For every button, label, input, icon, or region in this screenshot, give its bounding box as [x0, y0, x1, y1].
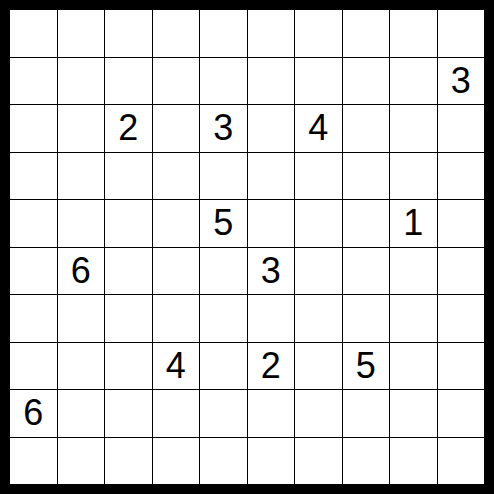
cell-r1c7-empty[interactable]	[343, 58, 390, 105]
cell-r6c7-empty[interactable]	[343, 295, 390, 342]
cell-r0c9-empty[interactable]	[438, 10, 485, 57]
cell-r7c8-empty[interactable]	[390, 343, 437, 390]
cell-r3c6-empty[interactable]	[295, 153, 342, 200]
puzzle-screenshot: 323451634256	[0, 0, 494, 494]
cell-r8c1-empty[interactable]	[58, 390, 105, 437]
cell-r0c1-empty[interactable]	[58, 10, 105, 57]
cell-r1c2-empty[interactable]	[105, 58, 152, 105]
cell-r0c0-empty[interactable]	[10, 10, 57, 57]
cell-r5c2-empty[interactable]	[105, 248, 152, 295]
cell-r9c8-empty[interactable]	[390, 438, 437, 485]
cell-r2c4-clue: 3	[200, 105, 247, 152]
cell-r4c8-clue: 1	[390, 200, 437, 247]
cell-r7c4-empty[interactable]	[200, 343, 247, 390]
cell-r5c4-empty[interactable]	[200, 248, 247, 295]
cell-r5c8-empty[interactable]	[390, 248, 437, 295]
puzzle-grid: 323451634256	[10, 10, 484, 484]
cell-r5c7-empty[interactable]	[343, 248, 390, 295]
cell-r7c2-empty[interactable]	[105, 343, 152, 390]
cell-r6c2-empty[interactable]	[105, 295, 152, 342]
cell-r9c3-empty[interactable]	[153, 438, 200, 485]
cell-r0c3-empty[interactable]	[153, 10, 200, 57]
cell-r8c2-empty[interactable]	[105, 390, 152, 437]
cell-r2c7-empty[interactable]	[343, 105, 390, 152]
cell-r1c4-empty[interactable]	[200, 58, 247, 105]
cell-r3c4-empty[interactable]	[200, 153, 247, 200]
cell-r8c9-empty[interactable]	[438, 390, 485, 437]
cell-r7c9-empty[interactable]	[438, 343, 485, 390]
cell-r9c4-empty[interactable]	[200, 438, 247, 485]
cell-r7c3-clue: 4	[153, 343, 200, 390]
cell-r1c6-empty[interactable]	[295, 58, 342, 105]
cell-r9c2-empty[interactable]	[105, 438, 152, 485]
cell-r8c7-empty[interactable]	[343, 390, 390, 437]
cell-r6c4-empty[interactable]	[200, 295, 247, 342]
cell-r2c6-clue: 4	[295, 105, 342, 152]
cell-r5c0-empty[interactable]	[10, 248, 57, 295]
cell-r0c4-empty[interactable]	[200, 10, 247, 57]
cell-r9c9-empty[interactable]	[438, 438, 485, 485]
cell-r4c1-empty[interactable]	[58, 200, 105, 247]
cell-r2c3-empty[interactable]	[153, 105, 200, 152]
cell-r2c1-empty[interactable]	[58, 105, 105, 152]
cell-r5c1-clue: 6	[58, 248, 105, 295]
cell-r7c1-empty[interactable]	[58, 343, 105, 390]
cell-r6c1-empty[interactable]	[58, 295, 105, 342]
cell-r3c0-empty[interactable]	[10, 153, 57, 200]
cell-r4c2-empty[interactable]	[105, 200, 152, 247]
cell-r3c7-empty[interactable]	[343, 153, 390, 200]
cell-r6c6-empty[interactable]	[295, 295, 342, 342]
cell-r1c9-clue: 3	[438, 58, 485, 105]
cell-r8c8-empty[interactable]	[390, 390, 437, 437]
cell-r6c3-empty[interactable]	[153, 295, 200, 342]
cell-r2c8-empty[interactable]	[390, 105, 437, 152]
cell-r3c8-empty[interactable]	[390, 153, 437, 200]
cell-r3c9-empty[interactable]	[438, 153, 485, 200]
cell-r4c9-empty[interactable]	[438, 200, 485, 247]
cell-r6c8-empty[interactable]	[390, 295, 437, 342]
cell-r6c0-empty[interactable]	[10, 295, 57, 342]
cell-r9c5-empty[interactable]	[248, 438, 295, 485]
cell-r8c3-empty[interactable]	[153, 390, 200, 437]
cell-r4c0-empty[interactable]	[10, 200, 57, 247]
cell-r1c0-empty[interactable]	[10, 58, 57, 105]
cell-r0c8-empty[interactable]	[390, 10, 437, 57]
cell-r8c0-clue: 6	[10, 390, 57, 437]
cell-r9c0-empty[interactable]	[10, 438, 57, 485]
cell-r2c0-empty[interactable]	[10, 105, 57, 152]
cell-r3c1-empty[interactable]	[58, 153, 105, 200]
cell-r4c4-clue: 5	[200, 200, 247, 247]
cell-r2c2-clue: 2	[105, 105, 152, 152]
cell-r4c5-empty[interactable]	[248, 200, 295, 247]
cell-r7c7-clue: 5	[343, 343, 390, 390]
cell-r7c6-empty[interactable]	[295, 343, 342, 390]
cell-r6c9-empty[interactable]	[438, 295, 485, 342]
cell-r5c6-empty[interactable]	[295, 248, 342, 295]
puzzle-board: 323451634256	[0, 0, 494, 494]
cell-r0c5-empty[interactable]	[248, 10, 295, 57]
cell-r5c5-clue: 3	[248, 248, 295, 295]
cell-r1c3-empty[interactable]	[153, 58, 200, 105]
cell-r2c9-empty[interactable]	[438, 105, 485, 152]
cell-r1c8-empty[interactable]	[390, 58, 437, 105]
cell-r4c6-empty[interactable]	[295, 200, 342, 247]
cell-r4c3-empty[interactable]	[153, 200, 200, 247]
cell-r3c3-empty[interactable]	[153, 153, 200, 200]
cell-r1c5-empty[interactable]	[248, 58, 295, 105]
cell-r4c7-empty[interactable]	[343, 200, 390, 247]
cell-r8c4-empty[interactable]	[200, 390, 247, 437]
cell-r5c3-empty[interactable]	[153, 248, 200, 295]
cell-r8c6-empty[interactable]	[295, 390, 342, 437]
cell-r9c7-empty[interactable]	[343, 438, 390, 485]
cell-r3c5-empty[interactable]	[248, 153, 295, 200]
cell-r0c7-empty[interactable]	[343, 10, 390, 57]
cell-r9c6-empty[interactable]	[295, 438, 342, 485]
cell-r8c5-empty[interactable]	[248, 390, 295, 437]
cell-r3c2-empty[interactable]	[105, 153, 152, 200]
cell-r5c9-empty[interactable]	[438, 248, 485, 295]
cell-r1c1-empty[interactable]	[58, 58, 105, 105]
cell-r0c6-empty[interactable]	[295, 10, 342, 57]
cell-r0c2-empty[interactable]	[105, 10, 152, 57]
cell-r7c0-empty[interactable]	[10, 343, 57, 390]
cell-r2c5-empty[interactable]	[248, 105, 295, 152]
cell-r9c1-empty[interactable]	[58, 438, 105, 485]
cell-r7c5-clue: 2	[248, 343, 295, 390]
cell-r6c5-empty[interactable]	[248, 295, 295, 342]
